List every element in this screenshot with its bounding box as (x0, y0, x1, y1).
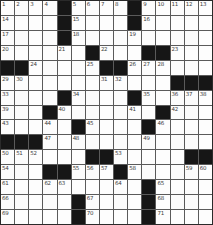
clue-number: 38 (200, 91, 206, 97)
black-cell (29, 135, 42, 149)
grid-cell[interactable]: 54 (1, 165, 14, 179)
grid-cell[interactable] (58, 120, 71, 134)
grid-cell[interactable]: 34 (72, 91, 85, 105)
clue-number: 46 (157, 120, 163, 126)
grid-cell[interactable] (128, 135, 141, 149)
grid-cell[interactable]: 13 (199, 1, 212, 15)
clue-number: 44 (44, 120, 50, 126)
clue-number: 47 (44, 135, 50, 141)
grid-cell[interactable] (171, 31, 184, 45)
grid-cell[interactable] (43, 16, 56, 30)
grid-cell[interactable] (199, 61, 212, 75)
grid-cell[interactable] (43, 31, 56, 45)
grid-cell[interactable]: 43 (1, 120, 14, 134)
grid-cell[interactable] (171, 120, 184, 134)
clue-number: 51 (16, 150, 22, 156)
grid-cell[interactable]: 17 (1, 31, 14, 45)
grid-cell[interactable] (114, 46, 127, 60)
black-cell (142, 195, 155, 209)
grid-cell[interactable] (29, 31, 42, 45)
grid-cell[interactable] (199, 120, 212, 134)
grid-cell[interactable] (100, 16, 113, 30)
grid-cell[interactable] (100, 195, 113, 209)
clue-number: 41 (129, 106, 135, 112)
clue-number: 31 (101, 76, 107, 82)
grid-cell[interactable]: 61 (1, 180, 14, 194)
clue-number: 39 (2, 106, 8, 112)
clue-number: 25 (87, 61, 93, 67)
grid-cell[interactable]: 18 (72, 31, 85, 45)
grid-cell[interactable]: 8 (114, 1, 127, 15)
grid-cell[interactable] (171, 61, 184, 75)
clue-number: 65 (157, 180, 163, 186)
grid-cell[interactable] (100, 31, 113, 45)
grid-cell[interactable] (100, 180, 113, 194)
clue-number: 34 (73, 91, 79, 97)
grid-cell[interactable]: 49 (142, 135, 155, 149)
black-cell (142, 120, 155, 134)
grid-cell[interactable] (185, 135, 198, 149)
grid-cell[interactable]: 38 (199, 91, 212, 105)
grid-cell[interactable] (114, 91, 127, 105)
grid-cell[interactable] (100, 135, 113, 149)
grid-cell[interactable] (29, 195, 42, 209)
black-cell (142, 180, 155, 194)
grid-cell[interactable] (15, 165, 28, 179)
grid-cell[interactable] (15, 91, 28, 105)
clue-number: 22 (101, 46, 107, 52)
black-cell (128, 1, 141, 15)
grid-cell[interactable]: 23 (171, 46, 184, 60)
clue-number: 30 (16, 76, 22, 82)
clue-number: 53 (115, 150, 121, 156)
grid-cell[interactable]: 44 (43, 120, 56, 134)
grid-cell[interactable]: 7 (100, 1, 113, 15)
grid-cell[interactable] (72, 180, 85, 194)
clue-number: 16 (143, 16, 149, 22)
grid-cell[interactable] (128, 76, 141, 90)
black-cell (15, 135, 28, 149)
grid-cell[interactable]: 60 (199, 165, 212, 179)
clue-number: 19 (129, 31, 135, 37)
grid-cell[interactable] (29, 106, 42, 120)
black-cell (72, 210, 85, 224)
grid-cell[interactable]: 66 (1, 195, 14, 209)
grid-cell[interactable]: 71 (156, 210, 169, 224)
black-cell (58, 1, 71, 15)
clue-number: 67 (87, 195, 93, 201)
grid-cell[interactable]: 30 (15, 76, 28, 90)
grid-cell[interactable]: 68 (156, 195, 169, 209)
grid-cell[interactable] (86, 106, 99, 120)
grid-cell[interactable]: 62 (43, 180, 56, 194)
grid-cell[interactable] (58, 135, 71, 149)
clue-number: 21 (59, 46, 65, 52)
black-cell (156, 46, 169, 60)
grid-cell[interactable] (29, 46, 42, 60)
clue-number: 24 (30, 61, 36, 67)
grid-cell[interactable] (156, 165, 169, 179)
grid-cell[interactable]: 19 (128, 31, 141, 45)
clue-number: 6 (87, 1, 90, 7)
black-cell (100, 61, 113, 75)
clue-number: 50 (2, 150, 8, 156)
clue-number: 14 (2, 16, 8, 22)
grid-cell[interactable]: 9 (142, 1, 155, 15)
grid-cell[interactable]: 4 (43, 1, 56, 15)
clue-number: 28 (157, 61, 163, 67)
black-cell (199, 76, 212, 90)
black-cell (1, 135, 14, 149)
black-cell (86, 150, 99, 164)
grid-cell[interactable]: 31 (100, 76, 113, 90)
clue-number: 71 (157, 210, 163, 216)
grid-cell[interactable] (199, 210, 212, 224)
grid-cell[interactable]: 11 (171, 1, 184, 15)
grid-cell[interactable]: 42 (171, 106, 184, 120)
grid-cell[interactable] (114, 106, 127, 120)
grid-cell[interactable]: 28 (156, 61, 169, 75)
grid-cell[interactable] (43, 210, 56, 224)
grid-cell[interactable] (199, 106, 212, 120)
grid-cell[interactable]: 20 (1, 46, 14, 60)
clue-number: 66 (2, 195, 8, 201)
black-cell (114, 61, 127, 75)
grid-cell[interactable] (100, 91, 113, 105)
grid-cell[interactable] (72, 76, 85, 90)
black-cell (185, 76, 198, 90)
grid-cell[interactable] (86, 76, 99, 90)
grid-cell[interactable] (86, 31, 99, 45)
grid-cell[interactable]: 21 (58, 46, 71, 60)
clue-number: 7 (101, 1, 104, 7)
grid-cell[interactable] (43, 61, 56, 75)
black-cell (142, 210, 155, 224)
black-cell (171, 76, 184, 90)
grid-cell[interactable] (114, 195, 127, 209)
black-cell (1, 61, 14, 75)
grid-cell[interactable] (72, 150, 85, 164)
grid-cell[interactable]: 39 (1, 106, 14, 120)
grid-cell[interactable] (185, 46, 198, 60)
grid-cell[interactable] (86, 135, 99, 149)
black-cell (185, 150, 198, 164)
grid-cell[interactable] (128, 46, 141, 60)
grid-cell[interactable] (142, 31, 155, 45)
clue-number: 9 (143, 1, 146, 7)
clue-number: 32 (115, 76, 121, 82)
grid-cell[interactable] (15, 106, 28, 120)
grid-cell[interactable] (29, 180, 42, 194)
grid-cell[interactable] (185, 120, 198, 134)
clue-number: 2 (16, 1, 19, 7)
grid-cell[interactable]: 2 (15, 1, 28, 15)
grid-cell[interactable] (72, 61, 85, 75)
grid-cell[interactable]: 29 (1, 76, 14, 90)
grid-cell[interactable]: 70 (86, 210, 99, 224)
crossword-board: 1234567891011121314151617181920212223242… (0, 0, 213, 225)
grid-cell[interactable] (185, 210, 198, 224)
grid-cell[interactable] (156, 91, 169, 105)
grid-cell[interactable]: 37 (185, 91, 198, 105)
clue-number: 61 (2, 180, 8, 186)
grid-cell[interactable] (15, 46, 28, 60)
black-cell (58, 91, 71, 105)
black-cell (114, 165, 127, 179)
grid-cell[interactable]: 47 (43, 135, 56, 149)
grid-cell[interactable] (58, 76, 71, 90)
grid-cell[interactable]: 16 (142, 16, 155, 30)
grid-cell[interactable] (114, 120, 127, 134)
grid-cell[interactable]: 3 (29, 1, 42, 15)
grid-cell[interactable]: 36 (171, 91, 184, 105)
clue-number: 63 (59, 180, 65, 186)
grid-cell[interactable] (128, 120, 141, 134)
grid-cell[interactable] (171, 135, 184, 149)
clue-number: 3 (30, 1, 33, 7)
clue-number: 55 (73, 165, 79, 171)
black-cell (58, 16, 71, 30)
clue-number: 60 (200, 165, 206, 171)
grid-cell[interactable] (142, 76, 155, 90)
grid-cell[interactable]: 14 (1, 16, 14, 30)
clue-number: 20 (2, 46, 8, 52)
grid-cell[interactable] (15, 120, 28, 134)
black-cell (86, 46, 99, 60)
grid-cell[interactable] (43, 91, 56, 105)
grid-cell[interactable] (72, 46, 85, 60)
grid-cell[interactable]: 56 (86, 165, 99, 179)
clue-number: 42 (172, 106, 178, 112)
grid-cell[interactable] (43, 46, 56, 60)
grid-cell[interactable]: 52 (29, 150, 42, 164)
clue-number: 8 (115, 1, 118, 7)
grid-cell[interactable] (100, 120, 113, 134)
grid-cell[interactable] (156, 150, 169, 164)
grid-cell[interactable] (171, 180, 184, 194)
clue-number: 1 (2, 1, 5, 7)
grid-cell[interactable] (128, 210, 141, 224)
grid-cell[interactable] (156, 16, 169, 30)
clue-number: 12 (186, 1, 192, 7)
grid-cell[interactable]: 46 (156, 120, 169, 134)
grid-cell[interactable]: 40 (58, 106, 71, 120)
grid-cell[interactable] (72, 106, 85, 120)
black-cell (72, 195, 85, 209)
grid-cell[interactable] (199, 16, 212, 30)
grid-cell[interactable] (128, 150, 141, 164)
grid-cell[interactable] (29, 165, 42, 179)
black-cell (199, 150, 212, 164)
black-cell (58, 165, 71, 179)
clue-number: 11 (172, 1, 178, 7)
grid-cell[interactable]: 53 (114, 150, 127, 164)
clue-number: 29 (2, 76, 8, 82)
grid-cell[interactable]: 59 (185, 165, 198, 179)
grid-cell[interactable] (15, 195, 28, 209)
grid-cell[interactable]: 69 (1, 210, 14, 224)
black-cell (128, 16, 141, 30)
clue-number: 43 (2, 120, 8, 126)
grid-cell[interactable] (171, 195, 184, 209)
grid-cell[interactable] (29, 210, 42, 224)
clue-number: 33 (2, 91, 8, 97)
grid-cell[interactable]: 58 (128, 165, 141, 179)
grid-cell[interactable]: 26 (128, 61, 141, 75)
grid-cell[interactable] (100, 106, 113, 120)
grid-cell[interactable] (171, 210, 184, 224)
grid-cell[interactable]: 55 (72, 165, 85, 179)
grid-cell[interactable] (199, 31, 212, 45)
grid-cell[interactable]: 27 (142, 61, 155, 75)
clue-number: 64 (115, 180, 121, 186)
clue-number: 57 (101, 165, 107, 171)
grid-cell[interactable] (43, 195, 56, 209)
clue-number: 45 (87, 120, 93, 126)
grid-cell[interactable]: 1 (1, 1, 14, 15)
grid-cell[interactable]: 22 (100, 46, 113, 60)
grid-cell[interactable] (199, 195, 212, 209)
clue-number: 48 (73, 135, 79, 141)
grid-cell[interactable] (185, 16, 198, 30)
grid-cell[interactable] (114, 210, 127, 224)
grid-cell[interactable]: 24 (29, 61, 42, 75)
black-cell (156, 106, 169, 120)
grid-cell[interactable] (100, 210, 113, 224)
grid-cell[interactable] (114, 16, 127, 30)
grid-cell[interactable]: 35 (142, 91, 155, 105)
clue-number: 36 (172, 91, 178, 97)
grid-cell[interactable] (58, 150, 71, 164)
clue-number: 56 (87, 165, 93, 171)
clue-number: 4 (44, 1, 47, 7)
clue-number: 69 (2, 210, 8, 216)
grid-cell[interactable] (199, 180, 212, 194)
grid-cell[interactable]: 57 (100, 165, 113, 179)
grid-cell[interactable]: 64 (114, 180, 127, 194)
grid-cell[interactable]: 25 (86, 61, 99, 75)
grid-cell[interactable] (142, 150, 155, 164)
grid-cell[interactable]: 67 (86, 195, 99, 209)
clue-number: 18 (73, 31, 79, 37)
grid-cell[interactable] (15, 180, 28, 194)
grid-cell[interactable]: 32 (114, 76, 127, 90)
black-cell (100, 150, 113, 164)
grid-cell[interactable] (128, 180, 141, 194)
grid-cell[interactable] (171, 16, 184, 30)
grid-cell[interactable] (29, 120, 42, 134)
grid-cell[interactable]: 51 (15, 150, 28, 164)
grid-cell[interactable] (29, 16, 42, 30)
grid-cell[interactable] (114, 31, 127, 45)
grid-cell[interactable] (156, 135, 169, 149)
grid-cell[interactable] (142, 106, 155, 120)
grid-cell[interactable] (185, 31, 198, 45)
grid-cell[interactable]: 15 (72, 16, 85, 30)
black-cell (43, 165, 56, 179)
clue-number: 58 (129, 165, 135, 171)
grid-cell[interactable] (58, 195, 71, 209)
clue-number: 23 (172, 46, 178, 52)
clue-number: 13 (200, 1, 206, 7)
clue-number: 40 (59, 106, 65, 112)
grid-cell[interactable] (185, 106, 198, 120)
clue-number: 62 (44, 180, 50, 186)
grid-cell[interactable]: 5 (72, 1, 85, 15)
grid-cell[interactable] (199, 135, 212, 149)
black-cell (142, 46, 155, 60)
grid-cell[interactable]: 6 (86, 1, 99, 15)
clue-number: 27 (143, 61, 149, 67)
clue-number: 5 (73, 1, 76, 7)
clue-number: 37 (186, 91, 192, 97)
clue-number: 54 (2, 165, 8, 171)
grid-cell[interactable] (58, 210, 71, 224)
grid-cell[interactable] (43, 76, 56, 90)
grid-cell[interactable] (86, 91, 99, 105)
clue-number: 59 (186, 165, 192, 171)
grid-cell[interactable]: 48 (72, 135, 85, 149)
grid-cell[interactable]: 12 (185, 1, 198, 15)
grid-cell[interactable]: 50 (1, 150, 14, 164)
grid-cell[interactable]: 10 (156, 1, 169, 15)
grid-cell[interactable] (15, 31, 28, 45)
clue-number: 15 (73, 16, 79, 22)
black-cell (58, 31, 71, 45)
grid-cell[interactable] (199, 46, 212, 60)
grid-cell[interactable] (15, 16, 28, 30)
grid-cell[interactable] (86, 16, 99, 30)
grid-cell[interactable] (171, 150, 184, 164)
grid-cell[interactable] (185, 180, 198, 194)
grid-cell[interactable] (58, 61, 71, 75)
grid-cell[interactable] (86, 180, 99, 194)
grid-cell[interactable] (156, 76, 169, 90)
black-cell (15, 61, 28, 75)
grid-cell[interactable] (156, 31, 169, 45)
grid-cell[interactable] (29, 91, 42, 105)
grid-cell[interactable] (128, 195, 141, 209)
grid-cell[interactable]: 45 (86, 120, 99, 134)
black-cell (72, 120, 85, 134)
clue-number: 49 (143, 135, 149, 141)
grid-cell[interactable]: 65 (156, 180, 169, 194)
grid-cell[interactable] (185, 61, 198, 75)
grid-cell[interactable]: 41 (128, 106, 141, 120)
clue-number: 68 (157, 195, 163, 201)
grid-cell[interactable] (15, 210, 28, 224)
grid-cell[interactable]: 33 (1, 91, 14, 105)
black-cell (43, 106, 56, 120)
grid-cell[interactable] (114, 135, 127, 149)
clue-number: 52 (30, 150, 36, 156)
clue-number: 10 (157, 1, 163, 7)
grid-cell[interactable] (142, 165, 155, 179)
clue-number: 26 (129, 61, 135, 67)
grid-cell[interactable] (171, 165, 184, 179)
black-cell (128, 91, 141, 105)
grid-cell[interactable] (185, 195, 198, 209)
grid-cell[interactable] (29, 76, 42, 90)
grid-cell[interactable]: 63 (58, 180, 71, 194)
clue-number: 17 (2, 31, 8, 37)
clue-number: 35 (143, 91, 149, 97)
grid-cell[interactable] (43, 150, 56, 164)
clue-number: 70 (87, 210, 93, 216)
